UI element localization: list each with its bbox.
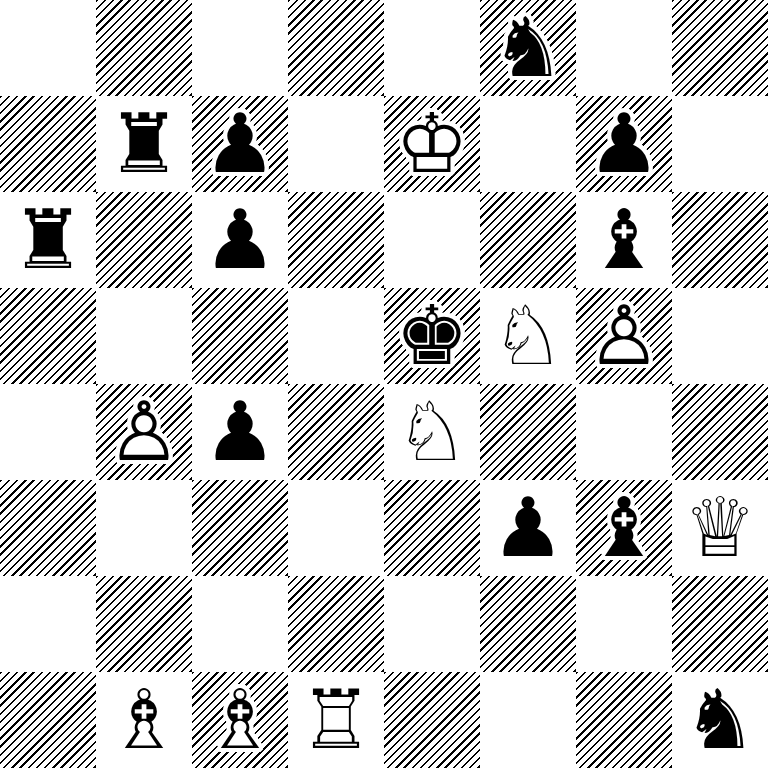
piece-black-pawn-f3[interactable]: ♟♟	[480, 480, 576, 576]
square-h3[interactable]: ♛♕	[672, 480, 768, 576]
white-pawn-icon: ♙	[576, 288, 672, 384]
square-e3[interactable]	[384, 480, 480, 576]
square-b6[interactable]	[96, 192, 192, 288]
square-c7[interactable]: ♟♟	[192, 96, 288, 192]
square-g7[interactable]: ♟♟	[576, 96, 672, 192]
square-a5[interactable]	[0, 288, 96, 384]
black-pawn-icon: ♟	[192, 192, 288, 288]
square-f2[interactable]	[480, 576, 576, 672]
square-f5[interactable]: ♞♘	[480, 288, 576, 384]
square-e6[interactable]	[384, 192, 480, 288]
square-g3[interactable]: ♝♝	[576, 480, 672, 576]
square-d8[interactable]	[288, 0, 384, 96]
square-b1[interactable]: ♝♗	[96, 672, 192, 768]
white-knight-icon: ♘	[480, 288, 576, 384]
piece-white-bishop-c1[interactable]: ♝♗	[192, 672, 288, 768]
square-c3[interactable]	[192, 480, 288, 576]
square-b4[interactable]: ♟♙	[96, 384, 192, 480]
square-c2[interactable]	[192, 576, 288, 672]
square-h2[interactable]	[672, 576, 768, 672]
square-h7[interactable]	[672, 96, 768, 192]
square-c5[interactable]	[192, 288, 288, 384]
white-pawn-icon: ♙	[96, 384, 192, 480]
piece-black-rook-a6[interactable]: ♜♜	[0, 192, 96, 288]
piece-white-knight-e4[interactable]: ♞♘	[384, 384, 480, 480]
black-pawn-icon: ♟	[576, 96, 672, 192]
square-d3[interactable]	[288, 480, 384, 576]
piece-black-pawn-c7[interactable]: ♟♟	[192, 96, 288, 192]
black-rook-icon: ♜	[96, 96, 192, 192]
black-pawn-icon: ♟	[192, 384, 288, 480]
chess-board: ♞♞♜♜♟♟♚♔♟♟♜♜♟♟♝♝♚♚♞♘♟♙♟♙♟♟♞♘♟♟♝♝♛♕♝♗♝♗♜♖…	[0, 0, 768, 768]
white-king-icon: ♔	[384, 96, 480, 192]
square-h8[interactable]	[672, 0, 768, 96]
black-rook-icon: ♜	[0, 192, 96, 288]
square-c6[interactable]: ♟♟	[192, 192, 288, 288]
square-e4[interactable]: ♞♘	[384, 384, 480, 480]
piece-white-queen-h3[interactable]: ♛♕	[672, 480, 768, 576]
black-bishop-icon: ♝	[576, 480, 672, 576]
piece-white-bishop-b1[interactable]: ♝♗	[96, 672, 192, 768]
square-a2[interactable]	[0, 576, 96, 672]
square-c1[interactable]: ♝♗	[192, 672, 288, 768]
square-h4[interactable]	[672, 384, 768, 480]
black-pawn-icon: ♟	[480, 480, 576, 576]
square-c8[interactable]	[192, 0, 288, 96]
square-b2[interactable]	[96, 576, 192, 672]
black-knight-icon: ♞	[480, 0, 576, 96]
square-d1[interactable]: ♜♖	[288, 672, 384, 768]
square-b8[interactable]	[96, 0, 192, 96]
square-g2[interactable]	[576, 576, 672, 672]
square-c4[interactable]: ♟♟	[192, 384, 288, 480]
square-f6[interactable]	[480, 192, 576, 288]
square-g1[interactable]	[576, 672, 672, 768]
piece-black-pawn-c6[interactable]: ♟♟	[192, 192, 288, 288]
white-queen-icon: ♕	[672, 480, 768, 576]
black-knight-icon: ♞	[672, 672, 768, 768]
square-f4[interactable]	[480, 384, 576, 480]
black-king-icon: ♚	[384, 288, 480, 384]
square-f8[interactable]: ♞♞	[480, 0, 576, 96]
piece-black-knight-f8[interactable]: ♞♞	[480, 0, 576, 96]
piece-white-pawn-b4[interactable]: ♟♙	[96, 384, 192, 480]
square-g4[interactable]	[576, 384, 672, 480]
square-a3[interactable]	[0, 480, 96, 576]
square-e8[interactable]	[384, 0, 480, 96]
piece-black-king-e5[interactable]: ♚♚	[384, 288, 480, 384]
black-pawn-icon: ♟	[192, 96, 288, 192]
square-d7[interactable]	[288, 96, 384, 192]
square-a1[interactable]	[0, 672, 96, 768]
square-g5[interactable]: ♟♙	[576, 288, 672, 384]
square-b5[interactable]	[96, 288, 192, 384]
square-e5[interactable]: ♚♚	[384, 288, 480, 384]
square-f1[interactable]	[480, 672, 576, 768]
square-h1[interactable]: ♞♞	[672, 672, 768, 768]
square-b3[interactable]	[96, 480, 192, 576]
square-d5[interactable]	[288, 288, 384, 384]
piece-white-king-e7[interactable]: ♚♔	[384, 96, 480, 192]
square-b7[interactable]: ♜♜	[96, 96, 192, 192]
square-a7[interactable]	[0, 96, 96, 192]
square-e7[interactable]: ♚♔	[384, 96, 480, 192]
square-d6[interactable]	[288, 192, 384, 288]
square-e1[interactable]	[384, 672, 480, 768]
square-h6[interactable]	[672, 192, 768, 288]
square-d4[interactable]	[288, 384, 384, 480]
piece-black-bishop-g6[interactable]: ♝♝	[576, 192, 672, 288]
piece-black-pawn-g7[interactable]: ♟♟	[576, 96, 672, 192]
square-d2[interactable]	[288, 576, 384, 672]
piece-white-knight-f5[interactable]: ♞♘	[480, 288, 576, 384]
white-bishop-icon: ♗	[192, 672, 288, 768]
white-knight-icon: ♘	[384, 384, 480, 480]
square-h5[interactable]	[672, 288, 768, 384]
square-f3[interactable]: ♟♟	[480, 480, 576, 576]
white-bishop-icon: ♗	[96, 672, 192, 768]
square-g8[interactable]	[576, 0, 672, 96]
black-bishop-icon: ♝	[576, 192, 672, 288]
white-rook-icon: ♖	[288, 672, 384, 768]
piece-black-rook-b7[interactable]: ♜♜	[96, 96, 192, 192]
square-g6[interactable]: ♝♝	[576, 192, 672, 288]
piece-black-knight-h1[interactable]: ♞♞	[672, 672, 768, 768]
square-a6[interactable]: ♜♜	[0, 192, 96, 288]
piece-white-rook-d1[interactable]: ♜♖	[288, 672, 384, 768]
square-f7[interactable]	[480, 96, 576, 192]
piece-white-pawn-g5[interactable]: ♟♙	[576, 288, 672, 384]
piece-black-bishop-g3[interactable]: ♝♝	[576, 480, 672, 576]
square-a4[interactable]	[0, 384, 96, 480]
square-e2[interactable]	[384, 576, 480, 672]
piece-black-pawn-c4[interactable]: ♟♟	[192, 384, 288, 480]
square-a8[interactable]	[0, 0, 96, 96]
